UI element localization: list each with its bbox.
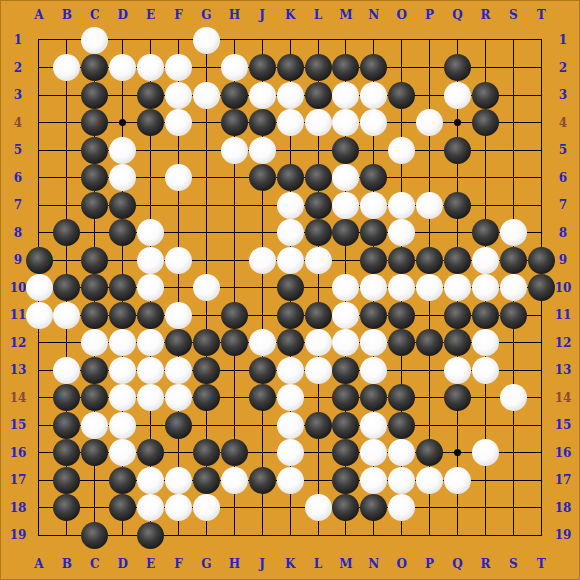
row-label: 7 — [4, 198, 32, 212]
black-stone-S9[interactable] — [500, 247, 527, 274]
row-label: 16 — [4, 446, 32, 460]
white-stone-K7[interactable] — [277, 192, 304, 219]
black-stone-R3[interactable] — [472, 82, 499, 109]
white-stone-J12[interactable] — [249, 329, 276, 356]
column-label: M — [332, 8, 360, 22]
black-stone-O12[interactable] — [388, 329, 415, 356]
column-label: N — [360, 8, 388, 22]
row-label: 5 — [4, 143, 32, 157]
white-stone-P10[interactable] — [416, 274, 443, 301]
black-stone-B17[interactable] — [53, 467, 80, 494]
white-stone-L12[interactable] — [305, 329, 332, 356]
black-stone-P12[interactable] — [416, 329, 443, 356]
row-label: 17 — [549, 473, 577, 487]
white-stone-E17[interactable] — [137, 467, 164, 494]
column-label: R — [471, 8, 499, 22]
white-stone-R9[interactable] — [472, 247, 499, 274]
white-stone-A11[interactable] — [26, 302, 53, 329]
black-stone-H4[interactable] — [221, 109, 248, 136]
row-label: 6 — [4, 171, 32, 185]
column-label: E — [137, 8, 165, 22]
black-stone-L6[interactable] — [305, 164, 332, 191]
column-label: M — [332, 557, 360, 571]
white-stone-D13[interactable] — [109, 357, 136, 384]
black-stone-D17[interactable] — [109, 467, 136, 494]
column-label: B — [53, 8, 81, 22]
white-stone-O16[interactable] — [388, 439, 415, 466]
black-stone-H16[interactable] — [221, 439, 248, 466]
black-stone-G16[interactable] — [193, 439, 220, 466]
black-stone-D8[interactable] — [109, 219, 136, 246]
row-label: 11 — [549, 308, 577, 322]
white-stone-J3[interactable] — [249, 82, 276, 109]
white-stone-N17[interactable] — [360, 467, 387, 494]
black-stone-B15[interactable] — [53, 412, 80, 439]
black-stone-D7[interactable] — [109, 192, 136, 219]
column-label: P — [416, 557, 444, 571]
black-stone-C7[interactable] — [81, 192, 108, 219]
black-stone-M5[interactable] — [332, 137, 359, 164]
row-label: 18 — [4, 501, 32, 515]
black-stone-D11[interactable] — [109, 302, 136, 329]
white-stone-B13[interactable] — [53, 357, 80, 384]
black-stone-E3[interactable] — [137, 82, 164, 109]
white-stone-D2[interactable] — [109, 54, 136, 81]
column-label: F — [165, 557, 193, 571]
column-label: K — [276, 557, 304, 571]
column-label: R — [471, 557, 499, 571]
black-stone-Q5[interactable] — [444, 137, 471, 164]
black-stone-K2[interactable] — [277, 54, 304, 81]
white-stone-F18[interactable] — [165, 494, 192, 521]
black-stone-G12[interactable] — [193, 329, 220, 356]
white-stone-D16[interactable] — [109, 439, 136, 466]
white-stone-D12[interactable] — [109, 329, 136, 356]
black-stone-G13[interactable] — [193, 357, 220, 384]
white-stone-L4[interactable] — [305, 109, 332, 136]
black-stone-L8[interactable] — [305, 219, 332, 246]
white-stone-K13[interactable] — [277, 357, 304, 384]
white-stone-N15[interactable] — [360, 412, 387, 439]
white-stone-N3[interactable] — [360, 82, 387, 109]
black-stone-N11[interactable] — [360, 302, 387, 329]
white-stone-O8[interactable] — [388, 219, 415, 246]
row-label: 19 — [4, 528, 32, 542]
white-stone-F17[interactable] — [165, 467, 192, 494]
column-label: E — [137, 557, 165, 571]
white-stone-R10[interactable] — [472, 274, 499, 301]
column-label: T — [527, 557, 555, 571]
white-stone-E2[interactable] — [137, 54, 164, 81]
white-stone-E9[interactable] — [137, 247, 164, 274]
white-stone-R16[interactable] — [472, 439, 499, 466]
white-stone-Q3[interactable] — [444, 82, 471, 109]
white-stone-L13[interactable] — [305, 357, 332, 384]
white-stone-N13[interactable] — [360, 357, 387, 384]
black-stone-O15[interactable] — [388, 412, 415, 439]
white-stone-C1[interactable] — [81, 27, 108, 54]
white-stone-O10[interactable] — [388, 274, 415, 301]
row-label: 2 — [549, 61, 577, 75]
column-label: Q — [444, 557, 472, 571]
column-label: S — [499, 8, 527, 22]
black-stone-Q9[interactable] — [444, 247, 471, 274]
white-stone-B11[interactable] — [53, 302, 80, 329]
row-label: 5 — [549, 143, 577, 157]
black-stone-R4[interactable] — [472, 109, 499, 136]
row-label: 13 — [549, 363, 577, 377]
white-stone-S8[interactable] — [500, 219, 527, 246]
black-stone-M17[interactable] — [332, 467, 359, 494]
column-label: F — [165, 8, 193, 22]
white-stone-H5[interactable] — [221, 137, 248, 164]
white-stone-M7[interactable] — [332, 192, 359, 219]
row-label: 13 — [4, 363, 32, 377]
white-stone-F4[interactable] — [165, 109, 192, 136]
white-stone-K17[interactable] — [277, 467, 304, 494]
white-stone-H17[interactable] — [221, 467, 248, 494]
black-stone-M13[interactable] — [332, 357, 359, 384]
black-stone-C19[interactable] — [81, 522, 108, 549]
black-stone-C5[interactable] — [81, 137, 108, 164]
white-stone-D5[interactable] — [109, 137, 136, 164]
white-stone-F9[interactable] — [165, 247, 192, 274]
black-stone-P9[interactable] — [416, 247, 443, 274]
black-stone-K10[interactable] — [277, 274, 304, 301]
white-stone-F3[interactable] — [165, 82, 192, 109]
row-label: 17 — [4, 473, 32, 487]
star-point — [454, 449, 461, 456]
white-stone-L9[interactable] — [305, 247, 332, 274]
white-stone-A10[interactable] — [26, 274, 53, 301]
row-label: 3 — [549, 88, 577, 102]
column-label: O — [388, 557, 416, 571]
white-stone-K8[interactable] — [277, 219, 304, 246]
row-label: 18 — [549, 501, 577, 515]
black-stone-J2[interactable] — [249, 54, 276, 81]
white-stone-E8[interactable] — [137, 219, 164, 246]
white-stone-M11[interactable] — [332, 302, 359, 329]
black-stone-F15[interactable] — [165, 412, 192, 439]
column-label: G — [192, 8, 220, 22]
white-stone-E10[interactable] — [137, 274, 164, 301]
row-label: 8 — [549, 226, 577, 240]
black-stone-Q2[interactable] — [444, 54, 471, 81]
white-stone-P7[interactable] — [416, 192, 443, 219]
black-stone-L2[interactable] — [305, 54, 332, 81]
white-stone-S14[interactable] — [500, 384, 527, 411]
column-label: B — [53, 557, 81, 571]
black-stone-Q7[interactable] — [444, 192, 471, 219]
black-stone-D18[interactable] — [109, 494, 136, 521]
black-stone-R11[interactable] — [472, 302, 499, 329]
row-label: 19 — [549, 528, 577, 542]
black-stone-G14[interactable] — [193, 384, 220, 411]
white-stone-D6[interactable] — [109, 164, 136, 191]
black-stone-E16[interactable] — [137, 439, 164, 466]
black-stone-O11[interactable] — [388, 302, 415, 329]
black-stone-E19[interactable] — [137, 522, 164, 549]
row-label: 1 — [549, 33, 577, 47]
white-stone-F2[interactable] — [165, 54, 192, 81]
row-label: 15 — [4, 418, 32, 432]
star-point — [454, 119, 461, 126]
black-stone-L11[interactable] — [305, 302, 332, 329]
row-label: 4 — [4, 116, 32, 130]
black-stone-L15[interactable] — [305, 412, 332, 439]
black-stone-L3[interactable] — [305, 82, 332, 109]
go-board-screenshot: AABBCCDDEEFFGGHHJJKKLLMMNNOOPPQQRRSSTT11… — [0, 0, 580, 580]
column-label: P — [416, 8, 444, 22]
column-label: L — [304, 8, 332, 22]
row-label: 12 — [4, 336, 32, 350]
row-label: 3 — [4, 88, 32, 102]
column-label: H — [220, 557, 248, 571]
column-label: A — [25, 557, 53, 571]
row-label: 2 — [4, 61, 32, 75]
row-label: 14 — [549, 391, 577, 405]
white-stone-M3[interactable] — [332, 82, 359, 109]
white-stone-G3[interactable] — [193, 82, 220, 109]
white-stone-O5[interactable] — [388, 137, 415, 164]
black-stone-J14[interactable] — [249, 384, 276, 411]
black-stone-K11[interactable] — [277, 302, 304, 329]
column-label: S — [499, 557, 527, 571]
black-stone-K6[interactable] — [277, 164, 304, 191]
black-stone-J4[interactable] — [249, 109, 276, 136]
white-stone-E13[interactable] — [137, 357, 164, 384]
black-stone-T9[interactable] — [528, 247, 555, 274]
column-label: N — [360, 557, 388, 571]
black-stone-N9[interactable] — [360, 247, 387, 274]
black-stone-O9[interactable] — [388, 247, 415, 274]
white-stone-F6[interactable] — [165, 164, 192, 191]
white-stone-E14[interactable] — [137, 384, 164, 411]
black-stone-R8[interactable] — [472, 219, 499, 246]
white-stone-K16[interactable] — [277, 439, 304, 466]
white-stone-K9[interactable] — [277, 247, 304, 274]
black-stone-C13[interactable] — [81, 357, 108, 384]
black-stone-E11[interactable] — [137, 302, 164, 329]
black-stone-J6[interactable] — [249, 164, 276, 191]
black-stone-S11[interactable] — [500, 302, 527, 329]
black-stone-D10[interactable] — [109, 274, 136, 301]
row-label: 7 — [549, 198, 577, 212]
black-stone-H3[interactable] — [221, 82, 248, 109]
black-stone-H12[interactable] — [221, 329, 248, 356]
white-stone-O7[interactable] — [388, 192, 415, 219]
white-stone-G10[interactable] — [193, 274, 220, 301]
white-stone-K4[interactable] — [277, 109, 304, 136]
black-stone-L7[interactable] — [305, 192, 332, 219]
row-label: 1 — [4, 33, 32, 47]
black-stone-J13[interactable] — [249, 357, 276, 384]
white-stone-E12[interactable] — [137, 329, 164, 356]
black-stone-O3[interactable] — [388, 82, 415, 109]
column-label: Q — [444, 8, 472, 22]
black-stone-F12[interactable] — [165, 329, 192, 356]
white-stone-O18[interactable] — [388, 494, 415, 521]
white-stone-F13[interactable] — [165, 357, 192, 384]
black-stone-J17[interactable] — [249, 467, 276, 494]
column-label: H — [220, 8, 248, 22]
white-stone-Q13[interactable] — [444, 357, 471, 384]
column-label: T — [527, 8, 555, 22]
white-stone-D14[interactable] — [109, 384, 136, 411]
white-stone-Q17[interactable] — [444, 467, 471, 494]
row-label: 8 — [4, 226, 32, 240]
black-stone-Q11[interactable] — [444, 302, 471, 329]
white-stone-J9[interactable] — [249, 247, 276, 274]
white-stone-K3[interactable] — [277, 82, 304, 109]
white-stone-E18[interactable] — [137, 494, 164, 521]
black-stone-T10[interactable] — [528, 274, 555, 301]
white-stone-F14[interactable] — [165, 384, 192, 411]
black-stone-P16[interactable] — [416, 439, 443, 466]
white-stone-P17[interactable] — [416, 467, 443, 494]
white-stone-P4[interactable] — [416, 109, 443, 136]
column-label: D — [109, 8, 137, 22]
white-stone-F11[interactable] — [165, 302, 192, 329]
white-stone-D15[interactable] — [109, 412, 136, 439]
white-stone-R13[interactable] — [472, 357, 499, 384]
row-label: 14 — [4, 391, 32, 405]
white-stone-N7[interactable] — [360, 192, 387, 219]
black-stone-O14[interactable] — [388, 384, 415, 411]
white-stone-O17[interactable] — [388, 467, 415, 494]
column-label: C — [81, 557, 109, 571]
white-stone-G1[interactable] — [193, 27, 220, 54]
column-label: L — [304, 557, 332, 571]
black-stone-Q12[interactable] — [444, 329, 471, 356]
black-stone-H11[interactable] — [221, 302, 248, 329]
column-label: G — [192, 557, 220, 571]
black-stone-K12[interactable] — [277, 329, 304, 356]
column-label: D — [109, 557, 137, 571]
column-label: K — [276, 8, 304, 22]
black-stone-C3[interactable] — [81, 82, 108, 109]
row-label: 15 — [549, 418, 577, 432]
black-stone-C11[interactable] — [81, 302, 108, 329]
black-stone-C9[interactable] — [81, 247, 108, 274]
white-stone-Q10[interactable] — [444, 274, 471, 301]
white-stone-S10[interactable] — [500, 274, 527, 301]
white-stone-L18[interactable] — [305, 494, 332, 521]
white-stone-G18[interactable] — [193, 494, 220, 521]
black-stone-G17[interactable] — [193, 467, 220, 494]
column-label: J — [248, 557, 276, 571]
column-label: O — [388, 8, 416, 22]
column-label: J — [248, 8, 276, 22]
white-stone-R12[interactable] — [472, 329, 499, 356]
white-stone-H2[interactable] — [221, 54, 248, 81]
column-label: C — [81, 8, 109, 22]
white-stone-J5[interactable] — [249, 137, 276, 164]
white-stone-K14[interactable] — [277, 384, 304, 411]
white-stone-C15[interactable] — [81, 412, 108, 439]
column-label: A — [25, 8, 53, 22]
black-stone-A9[interactable] — [26, 247, 53, 274]
black-stone-M15[interactable] — [332, 412, 359, 439]
row-label: 4 — [549, 116, 577, 130]
black-stone-Q14[interactable] — [444, 384, 471, 411]
white-stone-K15[interactable] — [277, 412, 304, 439]
row-label: 16 — [549, 446, 577, 460]
black-stone-E4[interactable] — [137, 109, 164, 136]
row-label: 12 — [549, 336, 577, 350]
row-label: 6 — [549, 171, 577, 185]
